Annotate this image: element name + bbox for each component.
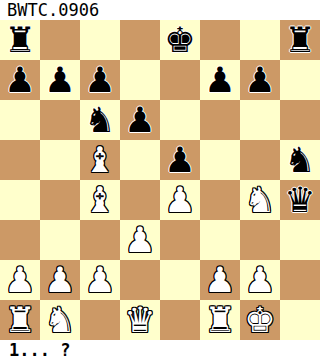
square-b3[interactable] [40,220,80,260]
piece-white-pawn[interactable]: ♟ [124,220,155,260]
square-e8[interactable]: ♚ [160,20,200,60]
piece-white-queen[interactable]: ♛ [124,300,155,340]
square-a7[interactable]: ♟ [0,60,40,100]
piece-black-pawn[interactable]: ♟ [204,60,235,100]
square-h4[interactable]: ♛ [280,180,320,220]
square-f7[interactable]: ♟ [200,60,240,100]
square-h6[interactable] [280,100,320,140]
square-d6[interactable]: ♟ [120,100,160,140]
square-c7[interactable]: ♟ [80,60,120,100]
square-h3[interactable] [280,220,320,260]
square-h2[interactable] [280,260,320,300]
square-a5[interactable] [0,140,40,180]
square-a4[interactable] [0,180,40,220]
piece-black-pawn[interactable]: ♟ [164,140,195,180]
square-f8[interactable] [200,20,240,60]
square-b6[interactable] [40,100,80,140]
square-f5[interactable] [200,140,240,180]
piece-black-rook[interactable]: ♜ [284,20,315,60]
piece-white-pawn[interactable]: ♟ [204,260,235,300]
square-g8[interactable] [240,20,280,60]
square-b4[interactable] [40,180,80,220]
piece-white-rook[interactable]: ♜ [4,300,35,340]
square-g3[interactable] [240,220,280,260]
square-d4[interactable] [120,180,160,220]
square-f4[interactable] [200,180,240,220]
square-e3[interactable] [160,220,200,260]
piece-white-bishop[interactable]: ♝ [84,140,115,180]
square-e7[interactable] [160,60,200,100]
piece-white-knight[interactable]: ♞ [44,300,75,340]
square-e4[interactable]: ♟ [160,180,200,220]
piece-black-pawn[interactable]: ♟ [84,60,115,100]
piece-white-pawn[interactable]: ♟ [4,260,35,300]
square-c1[interactable] [80,300,120,340]
piece-white-pawn[interactable]: ♟ [244,260,275,300]
square-d1[interactable]: ♛ [120,300,160,340]
piece-white-knight[interactable]: ♞ [244,180,275,220]
square-b1[interactable]: ♞ [40,300,80,340]
square-f2[interactable]: ♟ [200,260,240,300]
square-h5[interactable]: ♞ [280,140,320,180]
square-d3[interactable]: ♟ [120,220,160,260]
square-g5[interactable] [240,140,280,180]
square-b7[interactable]: ♟ [40,60,80,100]
piece-white-rook[interactable]: ♜ [204,300,235,340]
piece-black-pawn[interactable]: ♟ [4,60,35,100]
square-a3[interactable] [0,220,40,260]
piece-white-bishop[interactable]: ♝ [84,180,115,220]
piece-black-knight[interactable]: ♞ [84,100,115,140]
piece-black-king[interactable]: ♚ [164,20,195,60]
square-c3[interactable] [80,220,120,260]
square-g4[interactable]: ♞ [240,180,280,220]
square-g1[interactable]: ♚ [240,300,280,340]
square-h1[interactable] [280,300,320,340]
move-prompt: 1... ? [0,340,320,360]
square-b5[interactable] [40,140,80,180]
square-e2[interactable] [160,260,200,300]
piece-black-pawn[interactable]: ♟ [124,100,155,140]
piece-white-pawn[interactable]: ♟ [44,260,75,300]
square-e1[interactable] [160,300,200,340]
square-f6[interactable] [200,100,240,140]
square-c2[interactable]: ♟ [80,260,120,300]
square-h8[interactable]: ♜ [280,20,320,60]
square-h7[interactable] [280,60,320,100]
piece-black-queen[interactable]: ♛ [284,180,315,220]
square-c5[interactable]: ♝ [80,140,120,180]
square-d2[interactable] [120,260,160,300]
piece-black-pawn[interactable]: ♟ [44,60,75,100]
square-c6[interactable]: ♞ [80,100,120,140]
piece-black-pawn[interactable]: ♟ [244,60,275,100]
square-a2[interactable]: ♟ [0,260,40,300]
square-g6[interactable] [240,100,280,140]
square-f1[interactable]: ♜ [200,300,240,340]
piece-white-pawn[interactable]: ♟ [84,260,115,300]
piece-black-rook[interactable]: ♜ [4,20,35,60]
piece-white-king[interactable]: ♚ [244,300,275,340]
square-a8[interactable]: ♜ [0,20,40,60]
square-d5[interactable] [120,140,160,180]
square-a1[interactable]: ♜ [0,300,40,340]
square-b8[interactable] [40,20,80,60]
square-c4[interactable]: ♝ [80,180,120,220]
chess-board: ♜♚♜♟♟♟♟♟♞♟♝♟♞♝♟♞♛♟♟♟♟♟♟♜♞♛♜♚ [0,20,320,340]
square-a6[interactable] [0,100,40,140]
square-d7[interactable] [120,60,160,100]
position-id-label: BWTC.0906 [0,0,320,20]
square-d8[interactable] [120,20,160,60]
square-e6[interactable] [160,100,200,140]
square-g2[interactable]: ♟ [240,260,280,300]
square-c8[interactable] [80,20,120,60]
piece-white-pawn[interactable]: ♟ [164,180,195,220]
square-b2[interactable]: ♟ [40,260,80,300]
piece-black-knight[interactable]: ♞ [284,140,315,180]
square-e5[interactable]: ♟ [160,140,200,180]
square-f3[interactable] [200,220,240,260]
square-g7[interactable]: ♟ [240,60,280,100]
